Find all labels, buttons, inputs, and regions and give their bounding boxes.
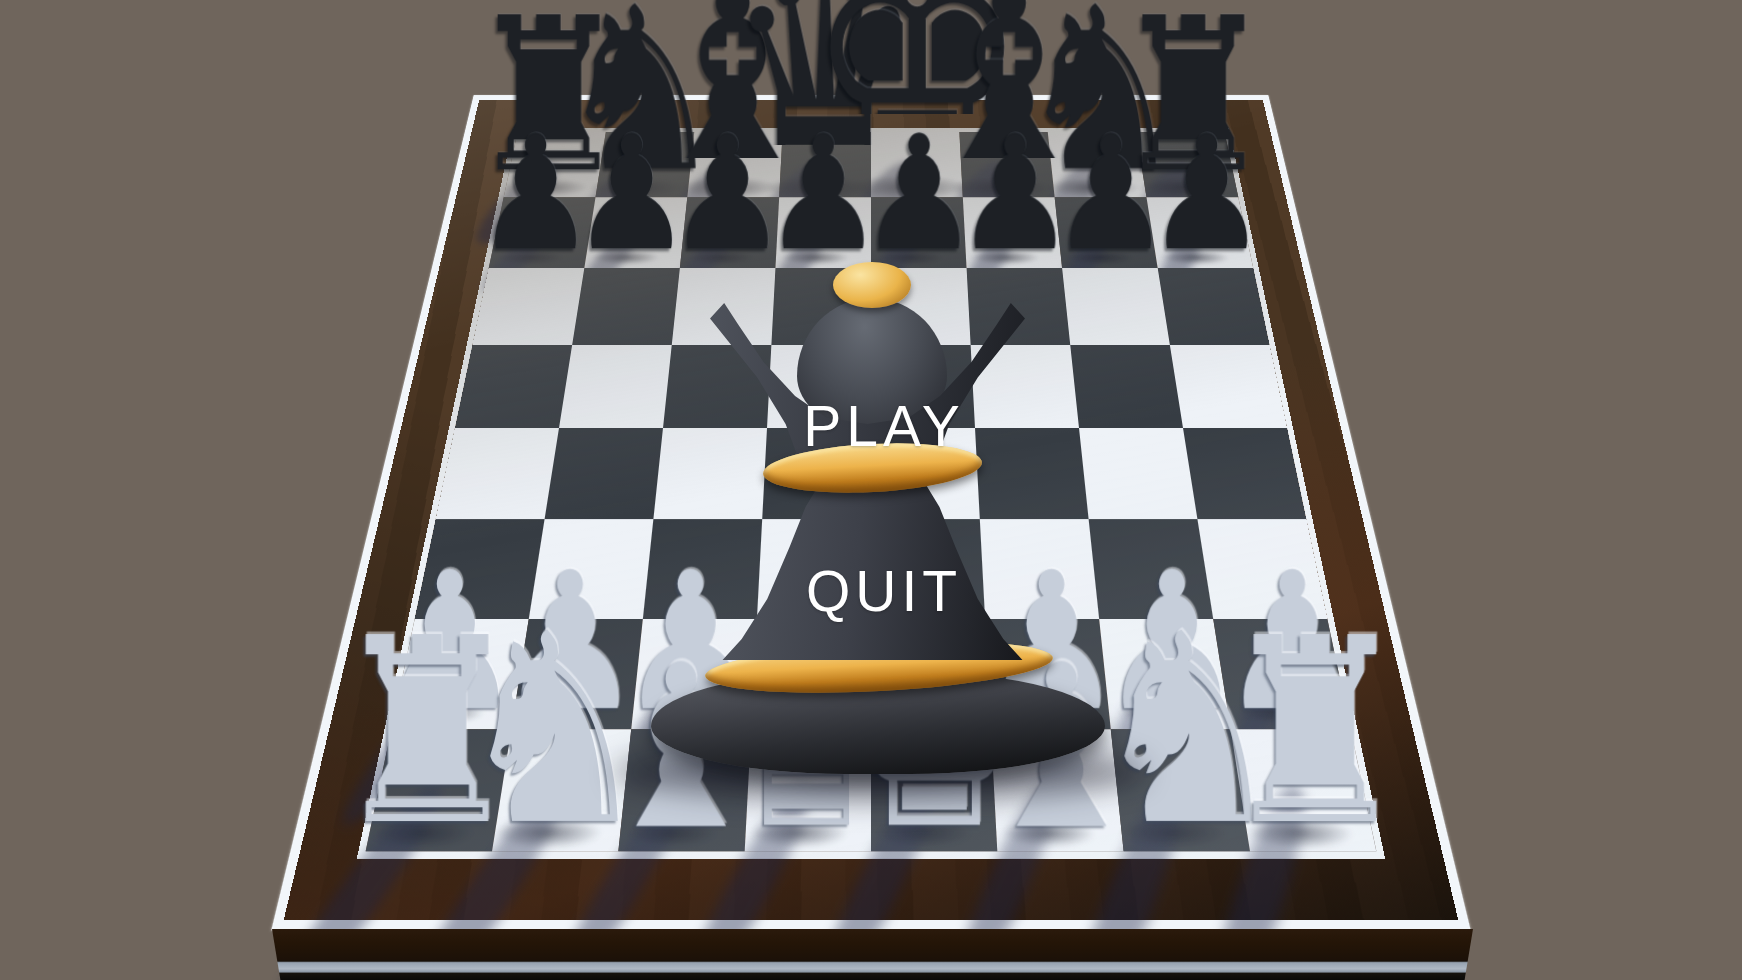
play-button[interactable]: PLAY (803, 398, 965, 455)
main-menu: PLAY QUIT (0, 0, 1742, 980)
quit-button[interactable]: QUIT (806, 563, 962, 620)
game-scene: ♜♞♝♛♚♝♞♜♟♟♟♟♟♟♟♟♟♟♟♟♟♟♟♟♜♞♝♛♚♝♞♜ PLAY QU… (0, 0, 1742, 980)
